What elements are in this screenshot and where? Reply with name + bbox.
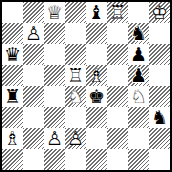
black-pawn-icon: ♟ (128, 44, 149, 65)
white-queen-icon: ♕ (44, 2, 65, 23)
black-knight[interactable]: ♞ (149, 107, 170, 128)
square-f8[interactable]: ♜♖ (107, 2, 128, 23)
white-knight-icon: ♘ (128, 86, 149, 107)
square-a6[interactable]: ♛ (2, 44, 23, 65)
black-bishop-icon: ♝ (86, 2, 107, 23)
square-c2[interactable]: ♟♙ (44, 128, 65, 149)
square-e7[interactable] (86, 23, 107, 44)
white-bishop-icon: ♗ (86, 65, 107, 86)
white-knight[interactable]: ♞♘ (128, 86, 149, 107)
white-knight-icon: ♘ (65, 86, 86, 107)
square-b2[interactable] (23, 128, 44, 149)
square-b8[interactable] (23, 2, 44, 23)
square-h6[interactable] (149, 44, 170, 65)
square-g1[interactable] (128, 149, 149, 170)
square-c8[interactable]: ♛♕ (44, 2, 65, 23)
square-f3[interactable] (107, 107, 128, 128)
square-h3[interactable]: ♞ (149, 107, 170, 128)
square-h4[interactable] (149, 86, 170, 107)
square-c6[interactable] (44, 44, 65, 65)
black-pawn[interactable]: ♟ (128, 44, 149, 65)
white-bishop[interactable]: ♝♗ (86, 65, 107, 86)
square-g5[interactable]: ♟ (128, 65, 149, 86)
white-rook[interactable]: ♜♖ (65, 65, 86, 86)
white-pawn-icon: ♙ (23, 23, 44, 44)
black-rook-icon: ♜ (2, 86, 23, 107)
square-d7[interactable] (65, 23, 86, 44)
square-c4[interactable] (44, 86, 65, 107)
white-queen[interactable]: ♛♕ (44, 2, 65, 23)
square-d1[interactable] (65, 149, 86, 170)
white-pawn[interactable]: ♟♙ (44, 128, 65, 149)
square-h5[interactable] (149, 65, 170, 86)
square-a5[interactable] (2, 65, 23, 86)
black-knight-icon: ♞ (149, 107, 170, 128)
white-pawn-icon: ♙ (65, 128, 86, 149)
square-g2[interactable] (128, 128, 149, 149)
square-f1[interactable] (107, 149, 128, 170)
square-e5[interactable]: ♝♗ (86, 65, 107, 86)
white-pawn-icon: ♙ (44, 128, 65, 149)
square-e3[interactable] (86, 107, 107, 128)
black-knight[interactable]: ♞ (128, 23, 149, 44)
black-pawn[interactable]: ♟ (128, 65, 149, 86)
black-queen-icon: ♛ (2, 44, 23, 65)
square-h2[interactable] (149, 128, 170, 149)
square-d8[interactable] (65, 2, 86, 23)
white-bishop-icon: ♗ (2, 128, 23, 149)
square-c7[interactable] (44, 23, 65, 44)
square-e4[interactable]: ♚ (86, 86, 107, 107)
white-pawn[interactable]: ♟♙ (65, 128, 86, 149)
square-g8[interactable] (128, 2, 149, 23)
square-h1[interactable] (149, 149, 170, 170)
white-rook[interactable]: ♜♖ (107, 2, 128, 23)
square-b7[interactable]: ♟♙ (23, 23, 44, 44)
square-f6[interactable] (107, 44, 128, 65)
square-b4[interactable] (23, 86, 44, 107)
white-rook-icon: ♖ (107, 2, 128, 23)
square-g6[interactable]: ♟ (128, 44, 149, 65)
square-f7[interactable] (107, 23, 128, 44)
square-b6[interactable] (23, 44, 44, 65)
square-g3[interactable] (128, 107, 149, 128)
black-queen[interactable]: ♛ (2, 44, 23, 65)
chess-board: ♛♕♝♜♖♚♔♟♙♞♛♟♜♖♝♗♟♜♞♘♚♞♘♞♝♗♟♙♟♙ (0, 0, 172, 172)
square-c3[interactable] (44, 107, 65, 128)
square-e8[interactable]: ♝ (86, 2, 107, 23)
square-b3[interactable] (23, 107, 44, 128)
black-pawn-icon: ♟ (128, 65, 149, 86)
black-king-icon: ♚ (86, 86, 107, 107)
white-king[interactable]: ♚♔ (149, 2, 170, 23)
square-b5[interactable] (23, 65, 44, 86)
white-king-icon: ♔ (149, 2, 170, 23)
black-king[interactable]: ♚ (86, 86, 107, 107)
square-d5[interactable]: ♜♖ (65, 65, 86, 86)
square-a3[interactable] (2, 107, 23, 128)
square-h8[interactable]: ♚♔ (149, 2, 170, 23)
square-f2[interactable] (107, 128, 128, 149)
black-bishop[interactable]: ♝ (86, 2, 107, 23)
square-a7[interactable] (2, 23, 23, 44)
square-e2[interactable] (86, 128, 107, 149)
square-e6[interactable] (86, 44, 107, 65)
square-d3[interactable] (65, 107, 86, 128)
square-a4[interactable]: ♜ (2, 86, 23, 107)
square-a2[interactable]: ♝♗ (2, 128, 23, 149)
square-d4[interactable]: ♞♘ (65, 86, 86, 107)
white-bishop[interactable]: ♝♗ (2, 128, 23, 149)
square-c1[interactable] (44, 149, 65, 170)
black-knight-icon: ♞ (128, 23, 149, 44)
black-rook[interactable]: ♜ (2, 86, 23, 107)
square-c5[interactable] (44, 65, 65, 86)
square-f5[interactable] (107, 65, 128, 86)
white-rook-icon: ♖ (65, 65, 86, 86)
square-a8[interactable] (2, 2, 23, 23)
square-g4[interactable]: ♞♘ (128, 86, 149, 107)
square-d2[interactable]: ♟♙ (65, 128, 86, 149)
square-d6[interactable] (65, 44, 86, 65)
square-h7[interactable] (149, 23, 170, 44)
square-f4[interactable] (107, 86, 128, 107)
square-b1[interactable] (23, 149, 44, 170)
square-e1[interactable] (86, 149, 107, 170)
square-g7[interactable]: ♞ (128, 23, 149, 44)
white-knight[interactable]: ♞♘ (65, 86, 86, 107)
white-pawn[interactable]: ♟♙ (23, 23, 44, 44)
square-a1[interactable] (2, 149, 23, 170)
